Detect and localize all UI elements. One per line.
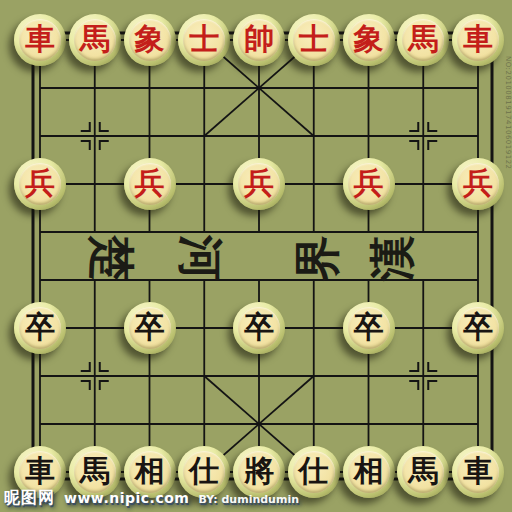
piece-glyph: 士 [299, 24, 329, 54]
piece-glyph: 卒 [463, 312, 493, 342]
piece-glyph: 馬 [80, 456, 110, 486]
piece-black-horse[interactable]: 馬 [397, 446, 449, 498]
piece-face: 仕 [293, 451, 335, 493]
piece-glyph: 卒 [25, 312, 55, 342]
piece-face: 仕 [183, 451, 225, 493]
piece-face: 兵 [19, 163, 61, 205]
piece-face: 士 [293, 19, 335, 61]
point-marker [81, 141, 90, 150]
piece-face: 將 [238, 451, 280, 493]
point-marker [428, 141, 437, 150]
piece-glyph: 卒 [135, 312, 165, 342]
river-char-chu: 楚 [89, 235, 135, 281]
point-marker [100, 362, 109, 371]
point-marker [100, 141, 109, 150]
piece-glyph: 象 [354, 24, 384, 54]
piece-glyph: 象 [135, 24, 165, 54]
piece-face: 兵 [238, 163, 280, 205]
piece-face: 車 [457, 451, 499, 493]
piece-face: 馬 [74, 451, 116, 493]
piece-face: 象 [348, 19, 390, 61]
piece-face: 馬 [402, 19, 444, 61]
piece-glyph: 相 [354, 456, 384, 486]
piece-face: 卒 [457, 307, 499, 349]
piece-glyph: 馬 [408, 24, 438, 54]
piece-face: 卒 [238, 307, 280, 349]
piece-red-soldier[interactable]: 兵 [124, 158, 176, 210]
piece-glyph: 車 [25, 456, 55, 486]
piece-black-chariot[interactable]: 車 [452, 446, 504, 498]
piece-glyph: 兵 [25, 168, 55, 198]
xiangqi-board-screenshot: 楚河界漢 車馬象士帥士象馬車兵兵兵兵兵卒卒卒卒卒車馬相仕將仕相馬車 昵图网 ww… [0, 0, 512, 512]
piece-face: 卒 [19, 307, 61, 349]
piece-face: 馬 [402, 451, 444, 493]
piece-red-advisor[interactable]: 士 [178, 14, 230, 66]
piece-black-soldier[interactable]: 卒 [14, 302, 66, 354]
piece-red-soldier[interactable]: 兵 [14, 158, 66, 210]
piece-face: 車 [457, 19, 499, 61]
piece-red-soldier[interactable]: 兵 [343, 158, 395, 210]
piece-face: 兵 [348, 163, 390, 205]
piece-glyph: 帥 [244, 24, 274, 54]
piece-face: 車 [19, 19, 61, 61]
piece-red-advisor[interactable]: 士 [288, 14, 340, 66]
piece-face: 士 [183, 19, 225, 61]
point-marker [100, 122, 109, 131]
piece-black-elephant[interactable]: 相 [343, 446, 395, 498]
piece-glyph: 車 [25, 24, 55, 54]
point-marker [81, 381, 90, 390]
piece-glyph: 馬 [408, 456, 438, 486]
board-grid [0, 0, 512, 512]
piece-face: 兵 [129, 163, 171, 205]
piece-face: 象 [129, 19, 171, 61]
piece-red-soldier[interactable]: 兵 [233, 158, 285, 210]
piece-black-soldier[interactable]: 卒 [452, 302, 504, 354]
piece-face: 車 [19, 451, 61, 493]
piece-glyph: 仕 [189, 456, 219, 486]
piece-red-general[interactable]: 帥 [233, 14, 285, 66]
serial-watermark: NO:20100819174106019122 [504, 56, 512, 170]
piece-glyph: 兵 [354, 168, 384, 198]
piece-red-elephant[interactable]: 象 [124, 14, 176, 66]
piece-glyph: 卒 [244, 312, 274, 342]
piece-glyph: 將 [244, 456, 274, 486]
piece-red-chariot[interactable]: 車 [452, 14, 504, 66]
author-credit: BY: dumindumin [198, 493, 299, 506]
piece-glyph: 車 [463, 24, 493, 54]
point-marker [409, 122, 418, 131]
piece-face: 相 [348, 451, 390, 493]
piece-red-elephant[interactable]: 象 [343, 14, 395, 66]
piece-glyph: 兵 [463, 168, 493, 198]
piece-red-soldier[interactable]: 兵 [452, 158, 504, 210]
nipic-logo: 昵图网 [4, 488, 55, 509]
point-marker [428, 362, 437, 371]
point-marker [409, 141, 418, 150]
piece-black-soldier[interactable]: 卒 [343, 302, 395, 354]
piece-black-soldier[interactable]: 卒 [124, 302, 176, 354]
piece-glyph: 馬 [80, 24, 110, 54]
point-marker [428, 122, 437, 131]
piece-glyph: 相 [135, 456, 165, 486]
piece-face: 卒 [129, 307, 171, 349]
piece-red-horse[interactable]: 馬 [69, 14, 121, 66]
piece-face: 帥 [238, 19, 280, 61]
point-marker [409, 362, 418, 371]
piece-face: 卒 [348, 307, 390, 349]
piece-face: 相 [129, 451, 171, 493]
piece-glyph: 仕 [299, 456, 329, 486]
river-char-jie: 界 [294, 235, 340, 281]
piece-black-soldier[interactable]: 卒 [233, 302, 285, 354]
piece-glyph: 兵 [244, 168, 274, 198]
point-marker [428, 381, 437, 390]
point-marker [81, 362, 90, 371]
piece-glyph: 卒 [354, 312, 384, 342]
piece-glyph: 士 [189, 24, 219, 54]
bottom-watermark: 昵图网 www.nipic.com BY: dumindumin [4, 488, 299, 509]
point-marker [81, 122, 90, 131]
river-char-han: 漢 [369, 235, 415, 281]
piece-face: 馬 [74, 19, 116, 61]
nipic-url: www.nipic.com [64, 490, 189, 506]
piece-glyph: 車 [463, 456, 493, 486]
piece-glyph: 兵 [135, 168, 165, 198]
piece-red-horse[interactable]: 馬 [397, 14, 449, 66]
river-char-he: 河 [178, 235, 224, 281]
piece-face: 兵 [457, 163, 499, 205]
point-marker [409, 381, 418, 390]
point-marker [100, 381, 109, 390]
piece-red-chariot[interactable]: 車 [14, 14, 66, 66]
